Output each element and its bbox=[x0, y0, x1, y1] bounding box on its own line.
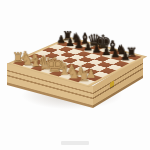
brass-latch bbox=[110, 80, 114, 87]
watermark bbox=[61, 141, 89, 145]
chess-set-photo: ♜♞♝♛♚♝♞♜♟♟♟♟♟♟♟♟♟♟♟♟♟♟♟♟♜♞♝♛♚♝♞♜ bbox=[0, 0, 150, 150]
chess-piece-black-rook: ♜ bbox=[114, 46, 149, 59]
